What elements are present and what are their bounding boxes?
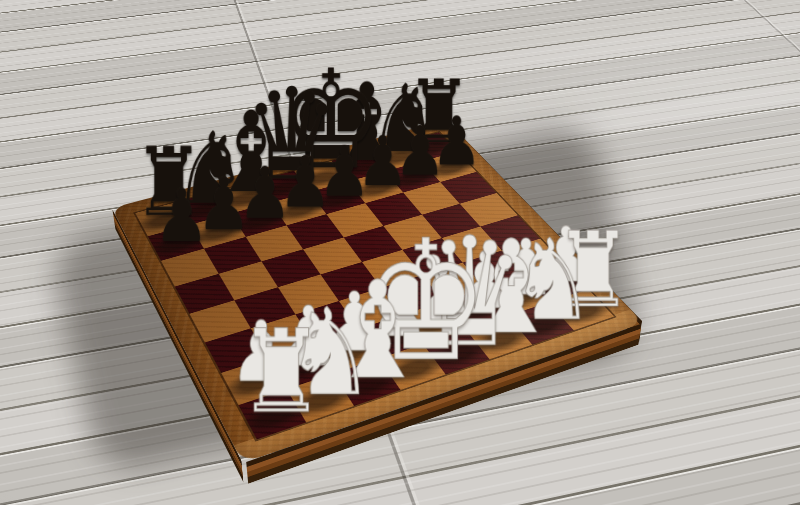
piece-wR-a1[interactable]: ♜ [212, 314, 350, 429]
chess-scene: ♜♞♝♛♚♝♞♜♟♟♟♟♟♟♟♟♟♟♟♟♟♟♟♟♜♞♝♚♛♝♞♜ [0, 0, 800, 505]
chess-board[interactable]: ♜♞♝♛♚♝♞♜♟♟♟♟♟♟♟♟♟♟♟♟♟♟♟♟♜♞♝♚♛♝♞♜ [112, 120, 644, 463]
board-perspective-scene: ♜♞♝♛♚♝♞♜♟♟♟♟♟♟♟♟♟♟♟♟♟♟♟♟♜♞♝♚♛♝♞♜ [0, 0, 800, 505]
piece-bP-a7[interactable]: ♟ [123, 179, 239, 252]
pieces-layer: ♜♞♝♛♚♝♞♜♟♟♟♟♟♟♟♟♟♟♟♟♟♟♟♟♜♞♝♚♛♝♞♜ [112, 120, 644, 463]
